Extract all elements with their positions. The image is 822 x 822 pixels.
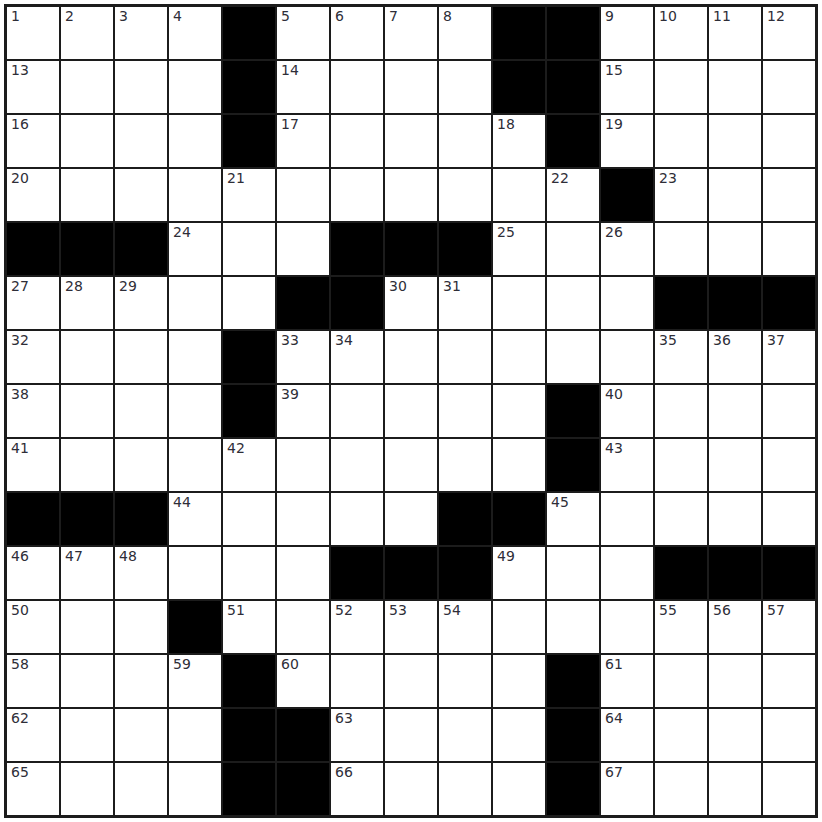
cell-r1c9[interactable]: 8 [439,7,491,59]
cell-r8c8[interactable] [385,385,437,437]
clue-number: 45 [551,494,569,510]
cell-r2c1[interactable]: 13 [7,61,59,113]
cell-r7c14[interactable]: 36 [709,331,761,383]
cell-r8c2[interactable] [61,385,113,437]
cell-r14c15[interactable] [763,709,815,761]
cell-r4c10[interactable] [493,169,545,221]
cell-r12c14[interactable]: 56 [709,601,761,653]
cell-r2c4[interactable] [169,61,221,113]
cell-r11c1[interactable]: 46 [7,547,59,599]
clue-number: 11 [713,8,731,24]
cell-r1c13[interactable]: 10 [655,7,707,59]
cell-r13c11-black [547,655,599,707]
cell-r12c2[interactable] [61,601,113,653]
clue-number: 46 [11,548,29,564]
clue-number: 20 [11,170,29,186]
cell-r12c6[interactable] [277,601,329,653]
cell-r9c13[interactable] [655,439,707,491]
cell-r9c12[interactable]: 43 [601,439,653,491]
cell-r1c12[interactable]: 9 [601,7,653,59]
clue-number: 28 [65,278,83,294]
cell-r4c13[interactable]: 23 [655,169,707,221]
cell-r8c1[interactable]: 38 [7,385,59,437]
clue-number: 14 [281,62,299,78]
cell-r12c10[interactable] [493,601,545,653]
cell-r12c12[interactable] [601,601,653,653]
cell-r4c15[interactable] [763,169,815,221]
cell-r2c5-black [223,61,275,113]
cell-r6c11[interactable] [547,277,599,329]
cell-r1c1[interactable]: 1 [7,7,59,59]
clue-number: 24 [173,224,191,240]
cell-r6c15-black [763,277,815,329]
cell-r12c13[interactable]: 55 [655,601,707,653]
cell-r15c6-black [277,763,329,815]
cell-r7c4[interactable] [169,331,221,383]
clue-number: 53 [389,602,407,618]
cell-r7c3[interactable] [115,331,167,383]
clue-number: 48 [119,548,137,564]
cell-r10c9-black [439,493,491,545]
cell-r2c10-black [493,61,545,113]
cell-r15c7[interactable]: 66 [331,763,383,815]
cell-r7c6[interactable]: 33 [277,331,329,383]
clue-number: 47 [65,548,83,564]
cell-r13c9[interactable] [439,655,491,707]
cell-r3c8[interactable] [385,115,437,167]
cell-r10c8[interactable] [385,493,437,545]
cell-r15c14[interactable] [709,763,761,815]
cell-r9c11-black [547,439,599,491]
cell-r14c3[interactable] [115,709,167,761]
cell-r1c14[interactable]: 11 [709,7,761,59]
cell-r2c11-black [547,61,599,113]
cell-r15c3[interactable] [115,763,167,815]
clue-number: 43 [605,440,623,456]
clue-number: 30 [389,278,407,294]
cell-r5c14[interactable] [709,223,761,275]
crossword-page: 1234567891011121314151617181920212223242… [0,0,822,822]
cell-r14c12[interactable]: 64 [601,709,653,761]
clue-number: 1 [11,8,20,24]
cell-r10c15[interactable] [763,493,815,545]
cell-r2c3[interactable] [115,61,167,113]
cell-r8c5-black [223,385,275,437]
cell-r6c5[interactable] [223,277,275,329]
cell-r7c7[interactable]: 34 [331,331,383,383]
clue-number: 56 [713,602,731,618]
cell-r11c14-black [709,547,761,599]
clue-number: 55 [659,602,677,618]
cell-r12c8[interactable]: 53 [385,601,437,653]
cell-r12c15[interactable]: 57 [763,601,815,653]
clue-number: 66 [335,764,353,780]
cell-r14c8[interactable] [385,709,437,761]
cell-r15c15[interactable] [763,763,815,815]
cell-r14c10[interactable] [493,709,545,761]
clue-number: 13 [11,62,29,78]
clue-number: 15 [605,62,623,78]
cell-r2c7[interactable] [331,61,383,113]
cell-r5c9-black [439,223,491,275]
cell-r2c6[interactable]: 14 [277,61,329,113]
cell-r11c4[interactable] [169,547,221,599]
clue-number: 12 [767,8,785,24]
clue-number: 31 [443,278,461,294]
cell-r3c5-black [223,115,275,167]
cell-r1c4[interactable]: 4 [169,7,221,59]
cell-r11c7-black [331,547,383,599]
cell-r5c1-black [7,223,59,275]
cell-r14c2[interactable] [61,709,113,761]
clue-number: 3 [119,8,128,24]
cell-r15c1[interactable]: 65 [7,763,59,815]
clue-number: 36 [713,332,731,348]
cell-r11c13-black [655,547,707,599]
cell-r9c5[interactable]: 42 [223,439,275,491]
cell-r10c6[interactable] [277,493,329,545]
clue-number: 9 [605,8,614,24]
cell-r4c14[interactable] [709,169,761,221]
cell-r15c2[interactable] [61,763,113,815]
cell-r9c8[interactable] [385,439,437,491]
cell-r9c2[interactable] [61,439,113,491]
cell-r6c7-black [331,277,383,329]
cell-r5c13[interactable] [655,223,707,275]
cell-r6c9[interactable]: 31 [439,277,491,329]
cell-r7c1[interactable]: 32 [7,331,59,383]
cell-r2c2[interactable] [61,61,113,113]
clue-number: 54 [443,602,461,618]
cell-r14c5-black [223,709,275,761]
cell-r7c11[interactable] [547,331,599,383]
clue-number: 63 [335,710,353,726]
cell-r7c10[interactable] [493,331,545,383]
cell-r3c10[interactable]: 18 [493,115,545,167]
cell-r7c5-black [223,331,275,383]
cell-r6c13-black [655,277,707,329]
clue-number: 5 [281,8,290,24]
cell-r1c2[interactable]: 2 [61,7,113,59]
cell-r3c4[interactable] [169,115,221,167]
cell-r9c6[interactable] [277,439,329,491]
cell-r9c9[interactable] [439,439,491,491]
clue-number: 7 [389,8,398,24]
cell-r11c12[interactable] [601,547,653,599]
cell-r13c1[interactable]: 58 [7,655,59,707]
cell-r3c1[interactable]: 16 [7,115,59,167]
cell-r11c3[interactable]: 48 [115,547,167,599]
clue-number: 58 [11,656,29,672]
cell-r8c4[interactable] [169,385,221,437]
cell-r1c8[interactable]: 7 [385,7,437,59]
cell-r15c8[interactable] [385,763,437,815]
cell-r15c4[interactable] [169,763,221,815]
clue-number: 22 [551,170,569,186]
cell-r2c12[interactable]: 15 [601,61,653,113]
cell-r5c6[interactable] [277,223,329,275]
cell-r7c15[interactable]: 37 [763,331,815,383]
cell-r2c8[interactable] [385,61,437,113]
cell-r4c11[interactable]: 22 [547,169,599,221]
cell-r11c9-black [439,547,491,599]
cell-r6c14-black [709,277,761,329]
cell-r14c4[interactable] [169,709,221,761]
clue-number: 38 [11,386,29,402]
cell-r8c9[interactable] [439,385,491,437]
cell-r5c11[interactable] [547,223,599,275]
clue-number: 2 [65,8,74,24]
clue-number: 49 [497,548,515,564]
cell-r4c12-black [601,169,653,221]
clue-number: 32 [11,332,29,348]
cell-r5c12[interactable]: 26 [601,223,653,275]
cell-r10c1-black [7,493,59,545]
clue-number: 44 [173,494,191,510]
cell-r1c5-black [223,7,275,59]
cell-r12c4-black [169,601,221,653]
cell-r12c3[interactable] [115,601,167,653]
cell-r5c4[interactable]: 24 [169,223,221,275]
clue-number: 10 [659,8,677,24]
cell-r5c8-black [385,223,437,275]
cell-r14c14[interactable] [709,709,761,761]
clue-number: 18 [497,116,515,132]
cell-r12c11[interactable] [547,601,599,653]
cell-r13c13[interactable] [655,655,707,707]
cell-r1c3[interactable]: 3 [115,7,167,59]
clue-number: 37 [767,332,785,348]
cell-r15c13[interactable] [655,763,707,815]
cell-r7c12[interactable] [601,331,653,383]
clue-number: 35 [659,332,677,348]
clue-number: 25 [497,224,515,240]
cell-r4c9[interactable] [439,169,491,221]
cell-r13c4[interactable]: 59 [169,655,221,707]
cell-r2c15[interactable] [763,61,815,113]
cell-r15c5-black [223,763,275,815]
cell-r15c12[interactable]: 67 [601,763,653,815]
cell-r13c7[interactable] [331,655,383,707]
cell-r10c14[interactable] [709,493,761,545]
cell-r3c6[interactable]: 17 [277,115,329,167]
cell-r10c7[interactable] [331,493,383,545]
clue-number: 51 [227,602,245,618]
cell-r5c15[interactable] [763,223,815,275]
cell-r1c6[interactable]: 5 [277,7,329,59]
clue-number: 4 [173,8,182,24]
cell-r4c8[interactable] [385,169,437,221]
cell-r2c13[interactable] [655,61,707,113]
cell-r13c10[interactable] [493,655,545,707]
cell-r14c13[interactable] [655,709,707,761]
clue-number: 42 [227,440,245,456]
cell-r8c7[interactable] [331,385,383,437]
cell-r15c11-black [547,763,599,815]
cell-r5c3-black [115,223,167,275]
cell-r11c11[interactable] [547,547,599,599]
clue-number: 33 [281,332,299,348]
cell-r9c3[interactable] [115,439,167,491]
cell-r10c4[interactable]: 44 [169,493,221,545]
clue-number: 21 [227,170,245,186]
cell-r6c2[interactable]: 28 [61,277,113,329]
clue-number: 40 [605,386,623,402]
cell-r3c13[interactable] [655,115,707,167]
cell-r4c7[interactable] [331,169,383,221]
clue-number: 6 [335,8,344,24]
cell-r13c3[interactable] [115,655,167,707]
cell-r1c7[interactable]: 6 [331,7,383,59]
clue-number: 52 [335,602,353,618]
cell-r6c8[interactable]: 30 [385,277,437,329]
cell-r9c1[interactable]: 41 [7,439,59,491]
cell-r8c15[interactable] [763,385,815,437]
crossword-grid: 1234567891011121314151617181920212223242… [4,4,818,818]
cell-r6c10[interactable] [493,277,545,329]
cell-r3c7[interactable] [331,115,383,167]
cell-r9c4[interactable] [169,439,221,491]
cell-r13c6[interactable]: 60 [277,655,329,707]
cell-r3c14[interactable] [709,115,761,167]
cell-r3c9[interactable] [439,115,491,167]
cell-r14c11-black [547,709,599,761]
cell-r14c9[interactable] [439,709,491,761]
cell-r5c2-black [61,223,113,275]
clue-number: 41 [11,440,29,456]
cell-r7c9[interactable] [439,331,491,383]
cell-r14c6-black [277,709,329,761]
cell-r10c5[interactable] [223,493,275,545]
cell-r8c11-black [547,385,599,437]
cell-r8c14[interactable] [709,385,761,437]
cell-r15c9[interactable] [439,763,491,815]
clue-number: 64 [605,710,623,726]
clue-number: 57 [767,602,785,618]
clue-number: 16 [11,116,29,132]
cell-r15c10[interactable] [493,763,545,815]
cell-r3c12[interactable]: 19 [601,115,653,167]
cell-r9c15[interactable] [763,439,815,491]
clue-number: 39 [281,386,299,402]
cell-r4c6[interactable] [277,169,329,221]
clue-number: 62 [11,710,29,726]
cell-r10c2-black [61,493,113,545]
cell-r3c3[interactable] [115,115,167,167]
cell-r4c3[interactable] [115,169,167,221]
cell-r8c3[interactable] [115,385,167,437]
cell-r10c3-black [115,493,167,545]
cell-r13c2[interactable] [61,655,113,707]
cell-r1c11-black [547,7,599,59]
cell-r6c6-black [277,277,329,329]
clue-number: 29 [119,278,137,294]
clue-number: 19 [605,116,623,132]
cell-r7c2[interactable] [61,331,113,383]
clue-number: 67 [605,764,623,780]
cell-r11c2[interactable]: 47 [61,547,113,599]
cell-r5c7-black [331,223,383,275]
cell-r9c14[interactable] [709,439,761,491]
cell-r5c5[interactable] [223,223,275,275]
clue-number: 50 [11,602,29,618]
cell-r6c3[interactable]: 29 [115,277,167,329]
cell-r4c5[interactable]: 21 [223,169,275,221]
cell-r11c10[interactable]: 49 [493,547,545,599]
clue-number: 17 [281,116,299,132]
cell-r2c9[interactable] [439,61,491,113]
cell-r10c13[interactable] [655,493,707,545]
cell-r2c14[interactable] [709,61,761,113]
cell-r3c15[interactable] [763,115,815,167]
cell-r14c1[interactable]: 62 [7,709,59,761]
cell-r12c9[interactable]: 54 [439,601,491,653]
cell-r8c12[interactable]: 40 [601,385,653,437]
clue-number: 8 [443,8,452,24]
cell-r3c11-black [547,115,599,167]
cell-r8c13[interactable] [655,385,707,437]
cell-r7c8[interactable] [385,331,437,383]
cell-r11c6[interactable] [277,547,329,599]
cell-r9c7[interactable] [331,439,383,491]
cell-r13c14[interactable] [709,655,761,707]
cell-r13c15[interactable] [763,655,815,707]
cell-r12c7[interactable]: 52 [331,601,383,653]
cell-r6c4[interactable] [169,277,221,329]
cell-r8c10[interactable] [493,385,545,437]
cell-r6c12[interactable] [601,277,653,329]
cell-r4c4[interactable] [169,169,221,221]
cell-r12c1[interactable]: 50 [7,601,59,653]
cell-r10c12[interactable] [601,493,653,545]
cell-r3c2[interactable] [61,115,113,167]
cell-r13c5-black [223,655,275,707]
cell-r8c6[interactable]: 39 [277,385,329,437]
cell-r12c5[interactable]: 51 [223,601,275,653]
clue-number: 60 [281,656,299,672]
cell-r10c10-black [493,493,545,545]
cell-r4c2[interactable] [61,169,113,221]
cell-r1c15[interactable]: 12 [763,7,815,59]
cell-r6c1[interactable]: 27 [7,277,59,329]
clue-number: 23 [659,170,677,186]
cell-r11c8-black [385,547,437,599]
clue-number: 65 [11,764,29,780]
cell-r4c1[interactable]: 20 [7,169,59,221]
cell-r13c12[interactable]: 61 [601,655,653,707]
clue-number: 27 [11,278,29,294]
cell-r11c5[interactable] [223,547,275,599]
cell-r5c10[interactable]: 25 [493,223,545,275]
cell-r13c8[interactable] [385,655,437,707]
clue-number: 34 [335,332,353,348]
cell-r9c10[interactable] [493,439,545,491]
cell-r10c11[interactable]: 45 [547,493,599,545]
clue-number: 26 [605,224,623,240]
clue-number: 59 [173,656,191,672]
cell-r7c13[interactable]: 35 [655,331,707,383]
clue-number: 61 [605,656,623,672]
cell-r1c10-black [493,7,545,59]
cell-r14c7[interactable]: 63 [331,709,383,761]
cell-r11c15-black [763,547,815,599]
